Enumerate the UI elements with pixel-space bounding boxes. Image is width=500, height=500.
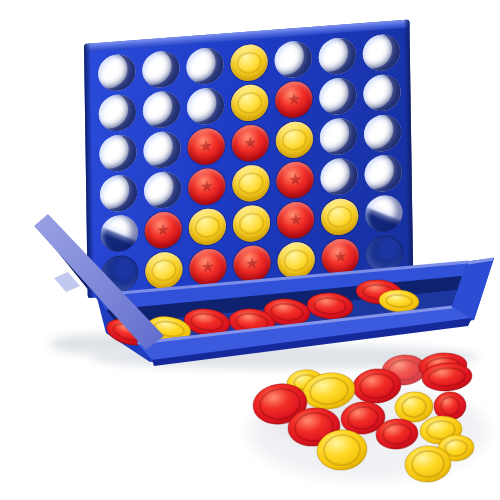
yellow-disc (321, 197, 359, 236)
cell-r5c5[interactable] (273, 198, 318, 242)
yellow-disc (276, 120, 314, 159)
red-disc (233, 244, 271, 283)
yellow-disc (232, 164, 270, 203)
cell-r4c7[interactable] (361, 152, 406, 196)
tray-front-rim (136, 306, 472, 360)
cell-r1c3[interactable] (182, 44, 227, 88)
cell-r6c3[interactable] (185, 245, 230, 289)
pile-yellow-disc (301, 370, 358, 413)
yellow-disc (277, 241, 315, 280)
empty-hole (99, 134, 137, 173)
pile-yellow-disc (394, 390, 434, 423)
red-disc (276, 161, 314, 200)
pile-red-disc (351, 367, 402, 406)
cell-r6c4[interactable] (230, 242, 275, 286)
empty-hole (364, 73, 402, 112)
yellow-disc (230, 43, 268, 82)
yellow-disc (145, 251, 183, 290)
cell-r5c4[interactable] (229, 202, 274, 246)
yellow-disc (231, 83, 269, 122)
pile-red-disc (421, 361, 473, 392)
red-disc (322, 238, 360, 277)
pile-yellow-disc (315, 427, 369, 472)
tray-red-disc (306, 291, 354, 320)
pile-red-disc (418, 351, 468, 380)
pile-red-disc (250, 380, 309, 427)
cell-r2c1[interactable] (95, 91, 140, 135)
red-disc (277, 201, 315, 240)
cell-r6c1[interactable] (97, 252, 142, 296)
cell-r1c1[interactable] (94, 51, 139, 95)
tray-cast-shadow (90, 345, 480, 369)
red-disc (275, 80, 313, 119)
tray-front-face (152, 318, 472, 366)
pile-cast-shadow-inner (270, 394, 390, 446)
empty-hole (144, 171, 182, 210)
pile-yellow-disc (286, 368, 325, 397)
empty-hole (142, 50, 180, 89)
pile-red-disc (433, 391, 467, 422)
empty-hole (364, 114, 402, 153)
empty-hole (97, 53, 135, 92)
pile-yellow-disc (419, 414, 463, 446)
empty-hole (319, 37, 357, 76)
tray-red-disc (182, 306, 231, 338)
empty-hole (187, 87, 225, 126)
empty-hole (274, 40, 312, 79)
red-disc (188, 167, 226, 206)
empty-hole-over-tray-edge (365, 194, 403, 233)
cell-r4c2[interactable] (140, 168, 185, 212)
pile-red-disc (381, 353, 427, 387)
cell-r4c5[interactable] (273, 158, 318, 202)
empty-hole (98, 93, 136, 132)
cell-r3c1[interactable] (95, 131, 140, 175)
cell-r5c2[interactable] (141, 208, 186, 252)
empty-hole (142, 90, 180, 129)
empty-hole-over-tray (366, 234, 404, 273)
cell-r5c1[interactable] (96, 212, 141, 256)
empty-hole (365, 154, 403, 193)
cell-r2c7[interactable] (360, 71, 405, 115)
tray-right-corner (452, 258, 494, 320)
cell-r1c6[interactable] (315, 34, 360, 78)
red-disc (189, 248, 227, 287)
pile-red-disc (286, 405, 342, 448)
cell-r1c4[interactable] (227, 41, 272, 85)
tray-red-disc (228, 307, 276, 338)
cell-r4c6[interactable] (317, 155, 362, 199)
red-disc (187, 127, 225, 166)
cell-r6c6[interactable] (318, 235, 363, 279)
cell-r5c3[interactable] (185, 205, 230, 249)
pile-yellow-disc (404, 444, 453, 484)
tray-floor (118, 290, 458, 342)
cell-r3c2[interactable] (139, 128, 184, 172)
empty-hole (363, 33, 401, 72)
cell-r6c5[interactable] (274, 239, 319, 283)
cell-r6c2[interactable] (141, 249, 186, 293)
cell-r3c7[interactable] (361, 111, 406, 155)
tray-red-disc (104, 314, 153, 349)
tray-red-disc (263, 297, 311, 328)
pile-yellow-disc (437, 433, 475, 462)
connect-four-product-photo: { "game": { "type": "connect-four", "nam… (0, 0, 500, 500)
cell-r4c4[interactable] (228, 162, 273, 206)
cell-r1c2[interactable] (138, 48, 183, 92)
cell-r3c4[interactable] (228, 121, 273, 165)
pile-red-disc (375, 417, 419, 451)
empty-hole (99, 174, 137, 213)
empty-hole (143, 130, 181, 169)
lid-rim-notch (54, 272, 80, 292)
connect-four-board (84, 19, 413, 298)
cell-r6c7[interactable] (362, 232, 407, 276)
empty-hole (186, 47, 224, 86)
yellow-disc (233, 204, 271, 243)
tray-yellow-disc (378, 289, 419, 314)
lid-cast-shadow (50, 334, 146, 354)
empty-hole (320, 157, 358, 196)
cell-r1c5[interactable] (271, 38, 316, 82)
cell-r3c6[interactable] (316, 115, 361, 159)
tray-yellow-disc (145, 313, 192, 344)
cell-r5c6[interactable] (318, 195, 363, 239)
cell-r2c3[interactable] (183, 85, 228, 129)
pile-cast-shadow (248, 384, 488, 480)
empty-hole-over-tray (100, 254, 138, 293)
cell-r3c3[interactable] (184, 125, 229, 169)
tray-front-rim-highlight (138, 307, 452, 343)
connect-four-grid (94, 31, 407, 296)
pile-red-disc (339, 400, 386, 436)
empty-hole-over-tray-edge (100, 214, 138, 253)
spare-disc-pile (250, 351, 475, 484)
cell-r2c4[interactable] (227, 81, 272, 125)
cell-r5c7[interactable] (362, 192, 407, 236)
cell-r4c3[interactable] (184, 165, 229, 209)
cell-r2c6[interactable] (316, 75, 361, 119)
red-disc (231, 124, 269, 163)
cell-r2c2[interactable] (139, 88, 184, 132)
cell-r3c5[interactable] (272, 118, 317, 162)
empty-hole (320, 117, 358, 156)
cell-r4c1[interactable] (96, 172, 141, 216)
tray-red-disc (355, 278, 403, 305)
empty-hole (319, 77, 357, 116)
cell-r2c5[interactable] (272, 78, 317, 122)
tray-right-corner-highlight (468, 259, 493, 263)
cell-r1c7[interactable] (359, 31, 404, 75)
yellow-disc (188, 207, 226, 246)
red-disc (144, 211, 182, 250)
